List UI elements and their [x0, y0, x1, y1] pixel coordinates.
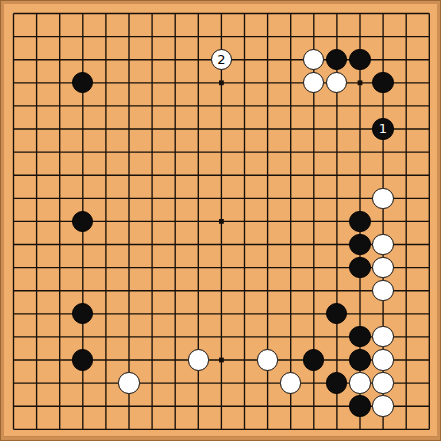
board-intersection [371, 395, 394, 418]
board-intersection [71, 71, 94, 94]
board-intersection [71, 210, 94, 233]
stone-black [372, 72, 393, 93]
board-intersection [348, 210, 371, 233]
stone-black [72, 72, 93, 93]
board-intersection [71, 302, 94, 325]
stone-black [303, 349, 324, 370]
board-intersection [71, 348, 94, 371]
board-intersection [371, 371, 394, 394]
board-intersection: 2 [210, 48, 233, 71]
stone-black [349, 234, 370, 255]
board-intersection [371, 187, 394, 210]
stone-white [372, 326, 393, 347]
stone-white [303, 72, 324, 93]
stone-black [72, 349, 93, 370]
board-intersection [348, 348, 371, 371]
board-intersection [325, 371, 348, 394]
stones-layer: 21 [2, 2, 441, 441]
stone-white [372, 349, 393, 370]
board-intersection [325, 48, 348, 71]
board-intersection [371, 279, 394, 302]
stone-white [372, 372, 393, 393]
stone-white [372, 280, 393, 301]
stone-black [349, 349, 370, 370]
stone-white: 2 [211, 49, 232, 70]
stone-black [72, 303, 93, 324]
stone-black [349, 211, 370, 232]
stone-white [188, 349, 209, 370]
board-intersection [302, 71, 325, 94]
stone-white [118, 372, 139, 393]
board-intersection [348, 48, 371, 71]
board-intersection [348, 325, 371, 348]
stone-white [280, 372, 301, 393]
board-intersection [187, 348, 210, 371]
board-intersection [325, 302, 348, 325]
stone-white [349, 372, 370, 393]
board-intersection [348, 233, 371, 256]
stone-white [303, 49, 324, 70]
stone-black [349, 395, 370, 416]
stone-black [326, 49, 347, 70]
move-number-label: 2 [217, 53, 225, 66]
go-diagram: 21 [0, 0, 441, 441]
board-intersection: 1 [371, 117, 394, 140]
stone-white [257, 349, 278, 370]
stone-white [372, 188, 393, 209]
stone-white [326, 72, 347, 93]
stone-black: 1 [372, 118, 393, 139]
board-intersection [117, 371, 140, 394]
board-intersection [302, 348, 325, 371]
board-intersection [348, 256, 371, 279]
stone-black [349, 326, 370, 347]
stone-black [72, 211, 93, 232]
go-board[interactable]: 21 [0, 0, 441, 441]
board-intersection [302, 48, 325, 71]
stone-black [349, 257, 370, 278]
stone-black [326, 372, 347, 393]
board-intersection [371, 71, 394, 94]
board-intersection [371, 325, 394, 348]
move-number-label: 1 [379, 122, 387, 135]
board-intersection [371, 348, 394, 371]
board-intersection [348, 371, 371, 394]
board-intersection [371, 256, 394, 279]
board-intersection [348, 395, 371, 418]
stone-white [372, 395, 393, 416]
stone-black [349, 49, 370, 70]
stone-white [372, 234, 393, 255]
board-intersection [279, 371, 302, 394]
board-intersection [325, 71, 348, 94]
board-intersection [256, 348, 279, 371]
board-intersection [371, 233, 394, 256]
stone-black [326, 303, 347, 324]
stone-white [372, 257, 393, 278]
